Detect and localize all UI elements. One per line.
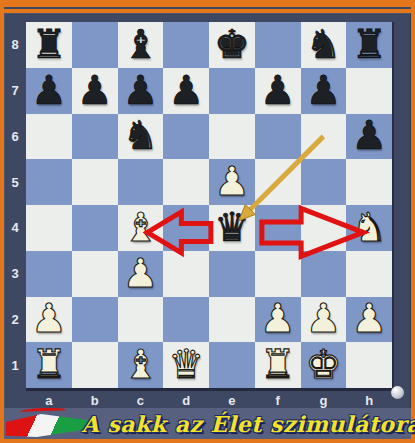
square-e5[interactable]: ♟ <box>209 159 255 205</box>
square-d8[interactable] <box>163 22 209 68</box>
square-b6[interactable] <box>72 114 118 160</box>
square-d5[interactable] <box>163 159 209 205</box>
file-labels: abcdefgh <box>26 390 392 410</box>
black-queen-e4[interactable]: ♛ <box>214 207 250 247</box>
square-c1[interactable]: ♝ <box>118 342 164 388</box>
file-label-g: g <box>301 390 347 410</box>
rank-label-6: 6 <box>4 114 26 160</box>
square-g8[interactable]: ♞ <box>301 22 347 68</box>
black-pawn-f7[interactable]: ♟ <box>260 70 296 110</box>
white-rook-f1[interactable]: ♜ <box>260 344 296 384</box>
square-h7[interactable] <box>346 68 392 114</box>
black-bishop-c8[interactable]: ♝ <box>122 24 158 64</box>
white-queen-d1[interactable]: ♛ <box>168 344 204 384</box>
square-c2[interactable] <box>118 297 164 343</box>
square-f4[interactable] <box>255 205 301 251</box>
top-border-rule <box>4 7 411 9</box>
square-g3[interactable] <box>301 251 347 297</box>
square-g1[interactable]: ♚ <box>301 342 347 388</box>
square-h8[interactable]: ♜ <box>346 22 392 68</box>
square-c3[interactable]: ♟ <box>118 251 164 297</box>
black-pawn-d7[interactable]: ♟ <box>168 70 204 110</box>
square-f7[interactable]: ♟ <box>255 68 301 114</box>
white-king-g1[interactable]: ♚ <box>305 344 341 384</box>
square-a1[interactable]: ♜ <box>26 342 72 388</box>
square-e7[interactable] <box>209 68 255 114</box>
white-pawn-h2[interactable]: ♟ <box>351 298 387 338</box>
rank-label-8: 8 <box>4 22 26 68</box>
rank-label-1: 1 <box>4 342 26 388</box>
square-b8[interactable] <box>72 22 118 68</box>
square-b1[interactable] <box>72 342 118 388</box>
black-pawn-c7[interactable]: ♟ <box>122 70 158 110</box>
square-c4[interactable]: ♝ <box>118 205 164 251</box>
file-label-d: d <box>163 390 209 410</box>
square-d4[interactable] <box>163 205 209 251</box>
black-knight-g8[interactable]: ♞ <box>305 24 341 64</box>
red-ribbon <box>20 407 66 412</box>
square-b4[interactable] <box>72 205 118 251</box>
square-d2[interactable] <box>163 297 209 343</box>
square-d7[interactable]: ♟ <box>163 68 209 114</box>
side-to-move-indicator <box>391 386 404 399</box>
chess-board: ♜♝♚♞♜♟♟♟♟♟♟♞♟♟♝♛♞♟♟♟♟♟♜♝♛♜♚ <box>26 22 394 391</box>
white-pawn-f2[interactable]: ♟ <box>260 298 296 338</box>
black-pawn-b7[interactable]: ♟ <box>77 70 113 110</box>
square-h6[interactable]: ♟ <box>346 114 392 160</box>
white-bishop-c1[interactable]: ♝ <box>122 344 158 384</box>
square-c6[interactable]: ♞ <box>118 114 164 160</box>
file-label-b: b <box>72 390 118 410</box>
black-knight-c6[interactable]: ♞ <box>122 115 158 155</box>
square-a7[interactable]: ♟ <box>26 68 72 114</box>
white-pawn-g2[interactable]: ♟ <box>305 298 341 338</box>
square-e1[interactable] <box>209 342 255 388</box>
black-rook-a8[interactable]: ♜ <box>31 24 67 64</box>
black-rook-h8[interactable]: ♜ <box>351 24 387 64</box>
square-a3[interactable] <box>26 251 72 297</box>
file-label-f: f <box>255 390 301 410</box>
rank-label-7: 7 <box>4 68 26 114</box>
white-rook-a1[interactable]: ♜ <box>31 344 67 384</box>
square-g2[interactable]: ♟ <box>301 297 347 343</box>
square-g6[interactable] <box>301 114 347 160</box>
square-e8[interactable]: ♚ <box>209 22 255 68</box>
square-b7[interactable]: ♟ <box>72 68 118 114</box>
square-a6[interactable] <box>26 114 72 160</box>
square-h5[interactable] <box>346 159 392 205</box>
rank-label-3: 3 <box>4 251 26 297</box>
square-h4[interactable]: ♞ <box>346 205 392 251</box>
banner: A sakk az Élet szimulátora <box>4 408 411 439</box>
rank-label-4: 4 <box>4 205 26 251</box>
black-king-e8[interactable]: ♚ <box>214 24 250 64</box>
square-f3[interactable] <box>255 251 301 297</box>
square-e6[interactable] <box>209 114 255 160</box>
white-pawn-a2[interactable]: ♟ <box>31 298 67 338</box>
banner-caption: A sakk az Élet szimulátora <box>96 408 407 439</box>
file-label-c: c <box>118 390 164 410</box>
square-f5[interactable] <box>255 159 301 205</box>
square-a8[interactable]: ♜ <box>26 22 72 68</box>
square-a5[interactable] <box>26 159 72 205</box>
square-f6[interactable] <box>255 114 301 160</box>
white-pawn-c3[interactable]: ♟ <box>122 253 158 293</box>
square-e3[interactable] <box>209 251 255 297</box>
square-g4[interactable] <box>301 205 347 251</box>
square-b2[interactable] <box>72 297 118 343</box>
black-pawn-a7[interactable]: ♟ <box>31 70 67 110</box>
square-c8[interactable]: ♝ <box>118 22 164 68</box>
file-label-e: e <box>209 390 255 410</box>
square-d6[interactable] <box>163 114 209 160</box>
square-a2[interactable]: ♟ <box>26 297 72 343</box>
square-g5[interactable] <box>301 159 347 205</box>
square-h3[interactable] <box>346 251 392 297</box>
white-bishop-c4[interactable]: ♝ <box>122 207 158 247</box>
rank-labels: 87654321 <box>4 22 26 388</box>
square-g7[interactable]: ♟ <box>301 68 347 114</box>
square-f2[interactable]: ♟ <box>255 297 301 343</box>
square-c7[interactable]: ♟ <box>118 68 164 114</box>
square-a4[interactable] <box>26 205 72 251</box>
square-f1[interactable]: ♜ <box>255 342 301 388</box>
square-e4[interactable]: ♛ <box>209 205 255 251</box>
white-pawn-e5[interactable]: ♟ <box>214 161 250 201</box>
square-e2[interactable] <box>209 297 255 343</box>
rank-label-5: 5 <box>4 159 26 205</box>
square-c5[interactable] <box>118 159 164 205</box>
black-pawn-g7[interactable]: ♟ <box>305 70 341 110</box>
square-h2[interactable]: ♟ <box>346 297 392 343</box>
rank-label-2: 2 <box>4 297 26 343</box>
square-f8[interactable] <box>255 22 301 68</box>
square-b3[interactable] <box>72 251 118 297</box>
white-knight-h4[interactable]: ♞ <box>351 207 387 247</box>
square-d1[interactable]: ♛ <box>163 342 209 388</box>
black-pawn-h6[interactable]: ♟ <box>351 115 387 155</box>
square-d3[interactable] <box>163 251 209 297</box>
square-b5[interactable] <box>72 159 118 205</box>
file-label-h: h <box>346 390 392 410</box>
board-frame: 87654321 ♜♝♚♞♜♟♟♟♟♟♟♞♟♟♝♛♞♟♟♟♟♟♜♝♛♜♚ abc… <box>4 13 411 439</box>
square-h1[interactable] <box>346 342 392 388</box>
screenshot-root: 87654321 ♜♝♚♞♜♟♟♟♟♟♟♞♟♟♝♛♞♟♟♟♟♟♜♝♛♜♚ abc… <box>0 0 415 443</box>
